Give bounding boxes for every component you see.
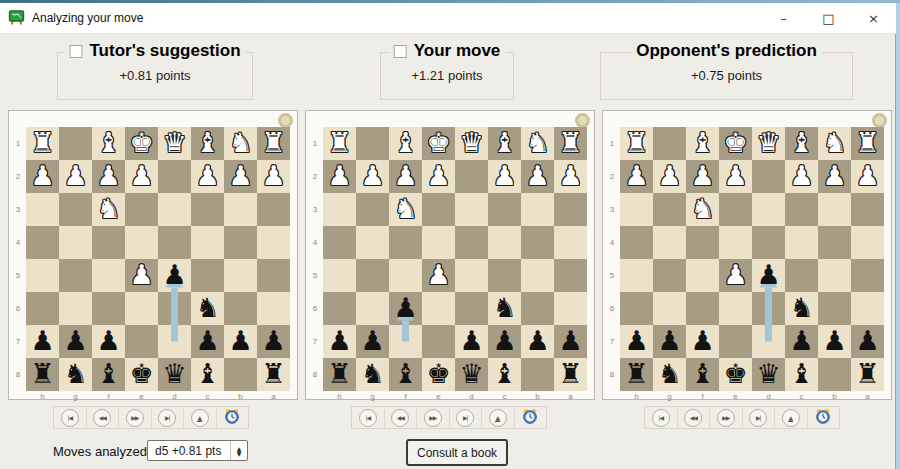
square-f8: ♝ — [686, 358, 719, 391]
square-g5 — [356, 259, 389, 292]
square-a3 — [554, 193, 587, 226]
piece-white-rook: ♜ — [26, 127, 59, 160]
square-h4 — [620, 226, 653, 259]
square-b2: ♟ — [818, 160, 851, 193]
piece-black-pawn: ♟ — [257, 325, 290, 358]
forward-icon: ▶▶ — [717, 409, 735, 427]
piece-black-bishop: ♝ — [92, 358, 125, 391]
square-g5 — [59, 259, 92, 292]
square-a6 — [851, 292, 884, 325]
piece-black-pawn: ♟ — [818, 325, 851, 358]
nav-go-first-button[interactable]: |◀ — [645, 407, 678, 428]
square-h4 — [323, 226, 356, 259]
titlebar: Analyzing your move – □ × — [0, 3, 896, 34]
nav-bar-opponent: |◀◀◀▶▶▶|▲ — [644, 406, 840, 429]
square-d7: ♟ — [455, 325, 488, 358]
square-g1 — [653, 127, 686, 160]
square-c8: ♝ — [488, 358, 521, 391]
go-last-icon: ▶| — [749, 409, 767, 427]
piece-white-rook: ♜ — [323, 127, 356, 160]
square-c6: ♞ — [488, 292, 521, 325]
nav-go-first-button[interactable]: |◀ — [352, 407, 385, 428]
piece-white-queen: ♛ — [455, 127, 488, 160]
side-to-move-indicator — [278, 113, 293, 128]
piece-black-bishop: ♝ — [191, 358, 224, 391]
square-b7: ♟ — [521, 325, 554, 358]
piece-white-pawn: ♟ — [125, 259, 158, 292]
rank-labels: 12345678 — [11, 127, 25, 391]
square-d2 — [455, 160, 488, 193]
opponent-prediction-title: Opponent's prediction — [636, 41, 817, 61]
piece-black-rook: ♜ — [620, 358, 653, 391]
square-d1: ♛ — [158, 127, 191, 160]
square-e1: ♚ — [719, 127, 752, 160]
piece-white-pawn: ♟ — [59, 160, 92, 193]
nav-go-last-button[interactable]: ▶| — [743, 407, 776, 428]
square-a5 — [257, 259, 290, 292]
piece-black-pawn: ♟ — [92, 325, 125, 358]
square-f1: ♝ — [389, 127, 422, 160]
piece-white-queen: ♛ — [752, 127, 785, 160]
square-f8: ♝ — [389, 358, 422, 391]
square-e6 — [422, 292, 455, 325]
your-move-points: +1.21 points — [381, 68, 513, 83]
spinner-arrows-icon[interactable]: ▲▼ — [230, 441, 247, 460]
square-h8: ♜ — [26, 358, 59, 391]
square-g2: ♟ — [653, 160, 686, 193]
square-h4 — [26, 226, 59, 259]
square-a2: ♟ — [554, 160, 587, 193]
eject-icon: ▲ — [782, 409, 800, 427]
square-a6 — [257, 292, 290, 325]
square-b4 — [224, 226, 257, 259]
square-b4 — [818, 226, 851, 259]
nav-clock-button[interactable] — [808, 407, 840, 428]
piece-white-pawn: ♟ — [851, 160, 884, 193]
square-d4 — [455, 226, 488, 259]
square-b3 — [224, 193, 257, 226]
square-d6 — [158, 292, 191, 325]
piece-white-pawn: ♟ — [785, 160, 818, 193]
piece-white-pawn: ♟ — [521, 160, 554, 193]
piece-white-pawn: ♟ — [620, 160, 653, 193]
square-e4 — [719, 226, 752, 259]
piece-white-bishop: ♝ — [686, 127, 719, 160]
nav-rewind-button[interactable]: ◀◀ — [678, 407, 711, 428]
square-h3 — [620, 193, 653, 226]
piece-black-pawn: ♟ — [455, 325, 488, 358]
piece-black-pawn: ♟ — [752, 259, 785, 292]
piece-white-king: ♚ — [422, 127, 455, 160]
piece-white-bishop: ♝ — [488, 127, 521, 160]
moves-analyzed-label: Moves analyzed: — [53, 444, 151, 459]
square-e7 — [422, 325, 455, 358]
square-g6 — [59, 292, 92, 325]
square-c5 — [785, 259, 818, 292]
square-e8: ♚ — [719, 358, 752, 391]
square-h5 — [26, 259, 59, 292]
square-d2 — [752, 160, 785, 193]
go-last-icon: ▶| — [456, 409, 474, 427]
square-h1: ♜ — [620, 127, 653, 160]
square-b6 — [224, 292, 257, 325]
square-d4 — [158, 226, 191, 259]
piece-white-pawn: ♟ — [26, 160, 59, 193]
your-move-checkbox[interactable] — [394, 45, 407, 58]
square-d3 — [455, 193, 488, 226]
square-c1: ♝ — [785, 127, 818, 160]
square-f2: ♟ — [389, 160, 422, 193]
square-c5 — [191, 259, 224, 292]
file-labels: hgfedcba — [26, 392, 290, 401]
nav-eject-button[interactable]: ▲ — [775, 407, 808, 428]
square-c2: ♟ — [191, 160, 224, 193]
piece-white-knight: ♞ — [224, 127, 257, 160]
square-b7: ♟ — [224, 325, 257, 358]
square-e2: ♟ — [422, 160, 455, 193]
piece-white-pawn: ♟ — [719, 259, 752, 292]
square-a5 — [554, 259, 587, 292]
square-e6 — [125, 292, 158, 325]
square-e5: ♟ — [719, 259, 752, 292]
forward-icon: ▶▶ — [126, 409, 144, 427]
square-e3 — [719, 193, 752, 226]
piece-white-pawn: ♟ — [224, 160, 257, 193]
square-f6 — [686, 292, 719, 325]
piece-black-rook: ♜ — [554, 358, 587, 391]
board-panel-opponent: 12345678♜♝♚♛♝♞♜♟♟♟♟♟♟♟♞♟♟♞♟♟♟♟♟♟♜♞♝♚♛♝♜h… — [602, 110, 892, 400]
square-c4 — [191, 226, 224, 259]
square-h6 — [620, 292, 653, 325]
nav-clock-button[interactable] — [217, 407, 249, 428]
square-g6 — [653, 292, 686, 325]
square-a5 — [851, 259, 884, 292]
square-c7: ♟ — [488, 325, 521, 358]
piece-white-bishop: ♝ — [389, 127, 422, 160]
square-a2: ♟ — [851, 160, 884, 193]
square-g5 — [653, 259, 686, 292]
square-h2: ♟ — [26, 160, 59, 193]
alarm-clock-icon — [522, 408, 538, 428]
your-move-groupbox: Your move +1.21 points — [380, 52, 514, 100]
alarm-clock-icon — [224, 408, 240, 428]
square-d1: ♛ — [752, 127, 785, 160]
side-to-move-indicator — [872, 113, 887, 128]
square-c4 — [785, 226, 818, 259]
square-d8: ♛ — [158, 358, 191, 391]
tutor-suggestion-title: Tutor's suggestion — [89, 41, 240, 61]
square-e2: ♟ — [719, 160, 752, 193]
nav-go-last-button[interactable]: ▶| — [450, 407, 483, 428]
square-e1: ♚ — [422, 127, 455, 160]
piece-black-knight: ♞ — [785, 292, 818, 325]
square-a4 — [851, 226, 884, 259]
square-f4 — [686, 226, 719, 259]
nav-rewind-button[interactable]: ◀◀ — [87, 407, 120, 428]
piece-black-rook: ♜ — [851, 358, 884, 391]
piece-white-bishop: ♝ — [191, 127, 224, 160]
nav-forward-button[interactable]: ▶▶ — [710, 407, 743, 428]
your-move-title: Your move — [414, 41, 501, 61]
nav-go-first-button[interactable]: |◀ — [54, 407, 87, 428]
piece-white-rook: ♜ — [620, 127, 653, 160]
piece-black-pawn: ♟ — [785, 325, 818, 358]
chalkboard-app-icon — [8, 10, 25, 26]
tutor-suggestion-groupbox: Tutor's suggestion +0.81 points — [57, 52, 253, 100]
piece-white-pawn: ♟ — [323, 160, 356, 193]
piece-white-rook: ♜ — [851, 127, 884, 160]
go-first-icon: |◀ — [61, 409, 79, 427]
square-c3 — [191, 193, 224, 226]
square-b2: ♟ — [521, 160, 554, 193]
square-d7 — [752, 325, 785, 358]
square-b4 — [521, 226, 554, 259]
file-labels: hgfedcba — [323, 392, 587, 401]
piece-black-knight: ♞ — [191, 292, 224, 325]
square-a3 — [851, 193, 884, 226]
piece-white-pawn: ♟ — [422, 259, 455, 292]
square-f6: ♟ — [389, 292, 422, 325]
nav-forward-button[interactable]: ▶▶ — [119, 407, 152, 428]
piece-black-bishop: ♝ — [389, 358, 422, 391]
piece-white-king: ♚ — [125, 127, 158, 160]
square-a4 — [257, 226, 290, 259]
piece-black-rook: ♜ — [26, 358, 59, 391]
square-c7: ♟ — [191, 325, 224, 358]
square-b2: ♟ — [224, 160, 257, 193]
piece-white-bishop: ♝ — [785, 127, 818, 160]
square-f1: ♝ — [92, 127, 125, 160]
square-b6 — [521, 292, 554, 325]
minimize-button[interactable]: – — [761, 3, 806, 33]
square-f2: ♟ — [92, 160, 125, 193]
square-g7: ♟ — [356, 325, 389, 358]
piece-black-knight: ♞ — [653, 358, 686, 391]
square-c5 — [488, 259, 521, 292]
piece-white-pawn: ♟ — [92, 160, 125, 193]
rank-labels: 12345678 — [605, 127, 619, 391]
piece-black-king: ♚ — [719, 358, 752, 391]
piece-black-pawn: ♟ — [26, 325, 59, 358]
nav-bar-your-move: |◀◀◀▶▶▶|▲ — [351, 406, 547, 429]
square-e5: ♟ — [125, 259, 158, 292]
piece-white-rook: ♜ — [257, 127, 290, 160]
square-g1 — [59, 127, 92, 160]
square-b3 — [818, 193, 851, 226]
square-e6 — [719, 292, 752, 325]
square-g4 — [653, 226, 686, 259]
square-d4 — [752, 226, 785, 259]
rank-labels: 12345678 — [308, 127, 322, 391]
side-to-move-indicator — [575, 113, 590, 128]
piece-white-knight: ♞ — [389, 193, 422, 226]
square-g4 — [59, 226, 92, 259]
piece-black-pawn: ♟ — [356, 325, 389, 358]
square-b5 — [521, 259, 554, 292]
piece-black-pawn: ♟ — [851, 325, 884, 358]
window-title: Analyzing your move — [32, 11, 143, 25]
piece-black-bishop: ♝ — [488, 358, 521, 391]
piece-black-pawn: ♟ — [653, 325, 686, 358]
piece-white-pawn: ♟ — [653, 160, 686, 193]
eject-icon: ▲ — [191, 409, 209, 427]
piece-white-queen: ♛ — [158, 127, 191, 160]
piece-white-pawn: ♟ — [125, 160, 158, 193]
square-c6: ♞ — [191, 292, 224, 325]
rewind-icon: ◀◀ — [391, 409, 409, 427]
piece-white-knight: ♞ — [686, 193, 719, 226]
piece-black-bishop: ♝ — [785, 358, 818, 391]
square-d8: ♛ — [752, 358, 785, 391]
square-g8: ♞ — [59, 358, 92, 391]
square-b5 — [818, 259, 851, 292]
piece-white-king: ♚ — [719, 127, 752, 160]
square-e8: ♚ — [125, 358, 158, 391]
square-g1 — [356, 127, 389, 160]
nav-clock-button[interactable] — [515, 407, 547, 428]
square-g3 — [59, 193, 92, 226]
piece-black-pawn: ♟ — [620, 325, 653, 358]
square-f7 — [389, 325, 422, 358]
piece-white-bishop: ♝ — [92, 127, 125, 160]
square-f6 — [92, 292, 125, 325]
piece-black-pawn: ♟ — [686, 325, 719, 358]
square-f4 — [389, 226, 422, 259]
square-a8: ♜ — [851, 358, 884, 391]
square-h1: ♜ — [26, 127, 59, 160]
nav-rewind-button[interactable]: ◀◀ — [385, 407, 418, 428]
square-h6 — [26, 292, 59, 325]
square-c8: ♝ — [785, 358, 818, 391]
piece-black-queen: ♛ — [455, 358, 488, 391]
square-b1: ♞ — [521, 127, 554, 160]
piece-white-pawn: ♟ — [422, 160, 455, 193]
square-g8: ♞ — [653, 358, 686, 391]
close-button[interactable]: × — [851, 3, 896, 33]
piece-black-rook: ♜ — [257, 358, 290, 391]
square-a3 — [257, 193, 290, 226]
square-d5: ♟ — [752, 259, 785, 292]
square-f2: ♟ — [686, 160, 719, 193]
piece-white-pawn: ♟ — [719, 160, 752, 193]
moves-analyzed-value: d5 +0.81 pts — [148, 444, 230, 458]
nav-go-last-button[interactable]: ▶| — [152, 407, 185, 428]
piece-black-pawn: ♟ — [389, 292, 422, 325]
square-f3: ♞ — [389, 193, 422, 226]
square-d6 — [455, 292, 488, 325]
square-f5 — [389, 259, 422, 292]
square-a8: ♜ — [257, 358, 290, 391]
square-h2: ♟ — [620, 160, 653, 193]
square-h7: ♟ — [26, 325, 59, 358]
square-b1: ♞ — [224, 127, 257, 160]
square-g3 — [653, 193, 686, 226]
square-d1: ♛ — [455, 127, 488, 160]
square-f1: ♝ — [686, 127, 719, 160]
square-e5: ♟ — [422, 259, 455, 292]
square-d6 — [752, 292, 785, 325]
maximize-button[interactable]: □ — [806, 3, 851, 33]
eject-icon: ▲ — [489, 409, 507, 427]
piece-black-queen: ♛ — [158, 358, 191, 391]
file-labels: hgfedcba — [620, 392, 884, 401]
square-h8: ♜ — [620, 358, 653, 391]
opponent-prediction-points: +0.75 points — [601, 68, 852, 83]
piece-white-pawn: ♟ — [356, 160, 389, 193]
square-f7: ♟ — [686, 325, 719, 358]
square-f3: ♞ — [92, 193, 125, 226]
square-f8: ♝ — [92, 358, 125, 391]
square-f7: ♟ — [92, 325, 125, 358]
square-g7: ♟ — [59, 325, 92, 358]
piece-white-pawn: ♟ — [686, 160, 719, 193]
piece-black-knight: ♞ — [488, 292, 521, 325]
square-b8 — [521, 358, 554, 391]
square-b8 — [224, 358, 257, 391]
square-c4 — [488, 226, 521, 259]
piece-black-king: ♚ — [125, 358, 158, 391]
forward-icon: ▶▶ — [424, 409, 442, 427]
square-h2: ♟ — [323, 160, 356, 193]
board-grid: ♜♝♚♛♝♞♜♟♟♟♟♟♟♟♞♟♟♞♟♟♟♟♟♟♜♞♝♚♛♝♜ — [620, 127, 884, 391]
square-g2: ♟ — [356, 160, 389, 193]
piece-black-bishop: ♝ — [686, 358, 719, 391]
nav-eject-button[interactable]: ▲ — [184, 407, 217, 428]
square-d2 — [158, 160, 191, 193]
nav-eject-button[interactable]: ▲ — [482, 407, 515, 428]
square-f4 — [92, 226, 125, 259]
square-a7: ♟ — [554, 325, 587, 358]
square-d5: ♟ — [158, 259, 191, 292]
square-c2: ♟ — [785, 160, 818, 193]
square-b6 — [818, 292, 851, 325]
tutor-suggestion-points: +0.81 points — [58, 68, 252, 83]
square-a1: ♜ — [554, 127, 587, 160]
square-d3 — [158, 193, 191, 226]
square-f5 — [686, 259, 719, 292]
tutor-suggestion-checkbox[interactable] — [69, 45, 82, 58]
square-g2: ♟ — [59, 160, 92, 193]
piece-white-knight: ♞ — [818, 127, 851, 160]
moves-analyzed-dropdown[interactable]: d5 +0.81 pts ▲▼ — [147, 440, 248, 461]
piece-white-pawn: ♟ — [389, 160, 422, 193]
consult-a-book-button[interactable]: Consult a book — [406, 439, 508, 466]
square-c2: ♟ — [488, 160, 521, 193]
nav-forward-button[interactable]: ▶▶ — [417, 407, 450, 428]
rewind-icon: ◀◀ — [684, 409, 702, 427]
piece-black-pawn: ♟ — [191, 325, 224, 358]
square-e8: ♚ — [422, 358, 455, 391]
square-c1: ♝ — [488, 127, 521, 160]
square-c6: ♞ — [785, 292, 818, 325]
square-a7: ♟ — [851, 325, 884, 358]
alarm-clock-icon — [815, 408, 831, 428]
square-e7 — [125, 325, 158, 358]
square-b8 — [818, 358, 851, 391]
square-c3 — [785, 193, 818, 226]
square-c7: ♟ — [785, 325, 818, 358]
piece-black-pawn: ♟ — [158, 259, 191, 292]
square-d7 — [158, 325, 191, 358]
square-a8: ♜ — [554, 358, 587, 391]
square-h3 — [323, 193, 356, 226]
piece-white-knight: ♞ — [521, 127, 554, 160]
window-right-border — [895, 3, 900, 469]
square-e3 — [125, 193, 158, 226]
square-a2: ♟ — [257, 160, 290, 193]
square-e4 — [125, 226, 158, 259]
square-h5 — [620, 259, 653, 292]
